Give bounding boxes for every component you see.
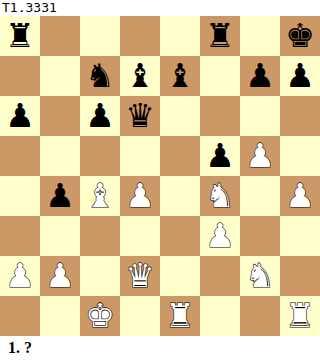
piece-white-pawn: ♟︎ [285, 176, 315, 216]
square-e6[interactable] [160, 96, 200, 136]
square-f2[interactable] [200, 256, 240, 296]
piece-black-pawn: ♟︎ [245, 56, 275, 96]
square-f4[interactable]: ♞ [200, 176, 240, 216]
square-g6[interactable] [240, 96, 280, 136]
square-d8[interactable] [120, 16, 160, 56]
square-b1[interactable] [40, 296, 80, 336]
square-a7[interactable] [0, 56, 40, 96]
piece-white-knight: ♞ [205, 176, 235, 216]
square-g4[interactable] [240, 176, 280, 216]
square-g5[interactable]: ♟︎ [240, 136, 280, 176]
square-b8[interactable] [40, 16, 80, 56]
square-b7[interactable] [40, 56, 80, 96]
square-a8[interactable]: ♜ [0, 16, 40, 56]
piece-black-pawn: ♟︎ [285, 56, 315, 96]
square-h8[interactable]: ♚ [280, 16, 320, 56]
square-c2[interactable] [80, 256, 120, 296]
square-c8[interactable] [80, 16, 120, 56]
square-h6[interactable] [280, 96, 320, 136]
square-h3[interactable] [280, 216, 320, 256]
square-f8[interactable]: ♜ [200, 16, 240, 56]
square-a1[interactable] [0, 296, 40, 336]
square-c1[interactable]: ♚ [80, 296, 120, 336]
square-d6[interactable]: ♛ [120, 96, 160, 136]
square-c5[interactable] [80, 136, 120, 176]
square-d4[interactable]: ♟︎ [120, 176, 160, 216]
piece-white-knight: ♞ [245, 256, 275, 296]
square-e3[interactable] [160, 216, 200, 256]
piece-black-pawn: ♟︎ [85, 96, 115, 136]
piece-black-pawn: ♟︎ [205, 136, 235, 176]
square-b2[interactable]: ♟︎ [40, 256, 80, 296]
piece-white-bishop: ♝ [85, 176, 115, 216]
piece-black-pawn: ♟︎ [45, 176, 75, 216]
square-a5[interactable] [0, 136, 40, 176]
square-e2[interactable] [160, 256, 200, 296]
square-h1[interactable]: ♜ [280, 296, 320, 336]
piece-white-rook: ♜ [165, 296, 195, 336]
square-f5[interactable]: ♟︎ [200, 136, 240, 176]
square-g2[interactable]: ♞ [240, 256, 280, 296]
square-f1[interactable] [200, 296, 240, 336]
piece-black-knight: ♞ [85, 56, 115, 96]
square-g8[interactable] [240, 16, 280, 56]
piece-white-queen: ♛ [125, 256, 155, 296]
square-e4[interactable] [160, 176, 200, 216]
piece-black-rook: ♜ [5, 16, 35, 56]
square-b6[interactable] [40, 96, 80, 136]
square-g3[interactable] [240, 216, 280, 256]
piece-white-pawn: ♟︎ [45, 256, 75, 296]
piece-white-pawn: ♟︎ [245, 136, 275, 176]
piece-black-king: ♚ [285, 16, 315, 56]
square-h7[interactable]: ♟︎ [280, 56, 320, 96]
square-d7[interactable]: ♝ [120, 56, 160, 96]
piece-black-pawn: ♟︎ [5, 96, 35, 136]
square-h4[interactable]: ♟︎ [280, 176, 320, 216]
square-d5[interactable] [120, 136, 160, 176]
square-c3[interactable] [80, 216, 120, 256]
square-c7[interactable]: ♞ [80, 56, 120, 96]
piece-white-rook: ♜ [285, 296, 315, 336]
square-a6[interactable]: ♟︎ [0, 96, 40, 136]
piece-white-pawn: ♟︎ [5, 256, 35, 296]
move-prompt: 1. ? [0, 336, 320, 360]
square-f6[interactable] [200, 96, 240, 136]
piece-black-rook: ♜ [205, 16, 235, 56]
square-g1[interactable] [240, 296, 280, 336]
square-f7[interactable] [200, 56, 240, 96]
puzzle-id: T1.3331 [0, 0, 320, 16]
square-c4[interactable]: ♝ [80, 176, 120, 216]
square-b4[interactable]: ♟︎ [40, 176, 80, 216]
square-d1[interactable] [120, 296, 160, 336]
square-e7[interactable]: ♝ [160, 56, 200, 96]
square-e5[interactable] [160, 136, 200, 176]
square-a3[interactable] [0, 216, 40, 256]
piece-black-bishop: ♝ [165, 56, 195, 96]
chess-board: ♜♜♚♞♝♝♟︎♟︎♟︎♟︎♛♟︎♟︎♟︎♝♟︎♞♟︎♟︎♟︎♟︎♛♞♚♜♜ [0, 16, 320, 336]
square-h5[interactable] [280, 136, 320, 176]
piece-black-queen: ♛ [125, 96, 155, 136]
square-e8[interactable] [160, 16, 200, 56]
square-b5[interactable] [40, 136, 80, 176]
square-e1[interactable]: ♜ [160, 296, 200, 336]
square-d2[interactable]: ♛ [120, 256, 160, 296]
square-f3[interactable]: ♟︎ [200, 216, 240, 256]
square-a2[interactable]: ♟︎ [0, 256, 40, 296]
square-d3[interactable] [120, 216, 160, 256]
square-g7[interactable]: ♟︎ [240, 56, 280, 96]
piece-white-king: ♚ [85, 296, 115, 336]
square-c6[interactable]: ♟︎ [80, 96, 120, 136]
piece-black-bishop: ♝ [125, 56, 155, 96]
square-h2[interactable] [280, 256, 320, 296]
piece-white-pawn: ♟︎ [205, 216, 235, 256]
piece-white-pawn: ♟︎ [125, 176, 155, 216]
square-a4[interactable] [0, 176, 40, 216]
square-b3[interactable] [40, 216, 80, 256]
